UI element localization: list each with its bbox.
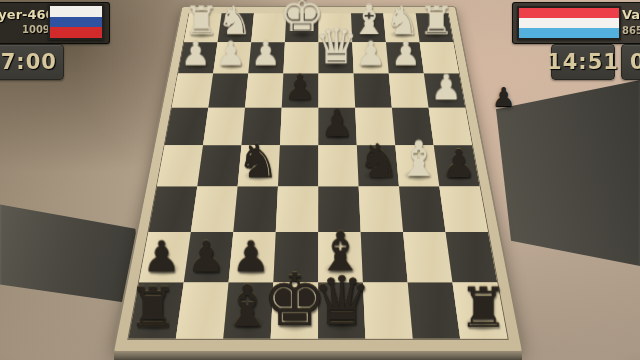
white-pawn-b2[interactable]: ♟ [386, 42, 424, 73]
piece-glyph: ♛ [314, 24, 359, 71]
black-rook-a8[interactable]: ♜ [452, 282, 507, 338]
piece-glyph: ♟ [321, 107, 354, 142]
clock-right-secondary: 0 [621, 44, 640, 80]
black-pawn-e3[interactable]: ♟ [282, 74, 319, 108]
game-screen: ♟ ♜♞♚♝♞♜♟♟♟♛♟♟♟♟♟♝♞♞♟♝♟♟♟♜♝♚♛♜ Player-46… [0, 0, 640, 360]
piece-glyph: ♟ [431, 71, 462, 104]
white-queen-d2[interactable]: ♛ [319, 42, 354, 73]
piece-glyph: ♜ [459, 282, 508, 334]
clock-right: 14:51 [551, 44, 615, 80]
piece-glyph: ♝ [397, 137, 441, 183]
white-pawn-c2[interactable]: ♟ [352, 42, 389, 73]
board-front-edge [114, 351, 522, 360]
piece-glyph: ♜ [128, 282, 177, 334]
white-pawn-h2[interactable]: ♟ [178, 42, 218, 73]
clock-left: 17:00 [0, 44, 64, 80]
white-rook-a1[interactable]: ♜ [416, 13, 454, 42]
piece-glyph: ♟ [251, 39, 281, 71]
player-rating-right: 865 [622, 25, 640, 36]
white-pawn-f2[interactable]: ♟ [248, 42, 285, 73]
black-king-e8[interactable]: ♚ [271, 282, 318, 338]
board-scene: ♜♞♚♝♞♜♟♟♟♛♟♟♟♟♟♝♞♞♟♝♟♟♟♜♝♚♛♜ [0, 0, 640, 360]
white-pawn-g2[interactable]: ♟ [213, 42, 251, 73]
piece-glyph: ♟ [442, 146, 477, 183]
piece-glyph: ♟ [284, 71, 315, 104]
black-rook-h8[interactable]: ♜ [128, 282, 183, 338]
chess-board: ♜♞♚♝♞♜♟♟♟♛♟♟♟♟♟♝♞♞♟♝♟♟♟♜♝♚♛♜ [114, 7, 522, 352]
black-pawn-d4[interactable]: ♟ [318, 108, 356, 145]
piece-glyph: ♟ [181, 39, 211, 71]
pieces-layer: ♜♞♚♝♞♜♟♟♟♛♟♟♟♟♟♝♞♞♟♝♟♟♟♜♝♚♛♜ [114, 7, 522, 352]
white-pawn-a3[interactable]: ♟ [424, 74, 465, 108]
piece-glyph: ♞ [358, 138, 400, 183]
piece-glyph: ♟ [391, 39, 421, 71]
luxembourg-flag-icon [517, 6, 621, 40]
black-pawn-h7[interactable]: ♟ [139, 232, 191, 282]
piece-glyph: ♟ [187, 237, 225, 278]
black-knight-f5[interactable]: ♞ [238, 145, 280, 186]
piece-glyph: ♟ [356, 39, 386, 71]
player-name-right: Vale [622, 7, 640, 22]
russia-flag-icon [48, 4, 104, 40]
piece-glyph: ♟ [216, 39, 246, 71]
player-name-left: Player-460 [0, 7, 55, 22]
black-knight-c5[interactable]: ♞ [357, 145, 399, 186]
piece-glyph: ♞ [237, 138, 279, 183]
player-rating-left: 1009 [22, 24, 50, 35]
piece-glyph: ♚ [262, 265, 327, 334]
white-bishop-b5[interactable]: ♝ [395, 145, 439, 186]
piece-glyph: ♟ [143, 237, 181, 278]
piece-glyph: ♜ [419, 2, 454, 39]
